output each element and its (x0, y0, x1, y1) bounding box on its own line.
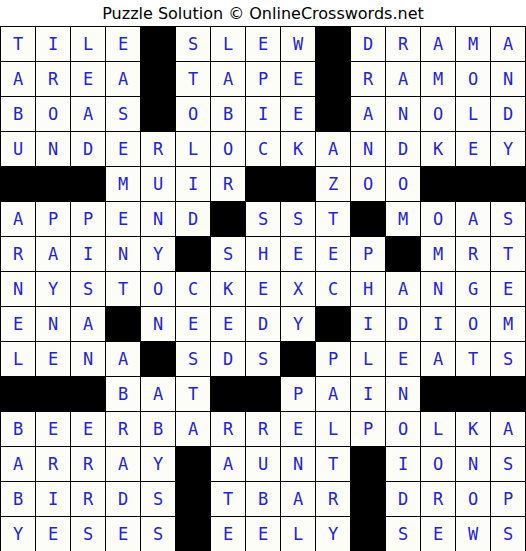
letter-cell: T (1, 27, 36, 62)
letter-cell: S (71, 272, 106, 307)
letter-cell: A (141, 377, 176, 412)
letter-cell: E (36, 517, 71, 551)
letter-cell: K (281, 132, 316, 167)
letter-cell: A (211, 62, 246, 97)
letter-cell: S (246, 202, 281, 237)
letter-cell: N (456, 447, 491, 482)
letter-cell: E (246, 517, 281, 551)
letter-cell: O (351, 167, 386, 202)
letter-cell: L (281, 517, 316, 551)
letter-cell: T (106, 272, 141, 307)
black-cell (36, 377, 71, 412)
letter-cell: A (1, 447, 36, 482)
letter-cell: S (141, 482, 176, 517)
letter-cell: S (176, 27, 211, 62)
letter-cell: Y (141, 237, 176, 272)
black-cell (351, 447, 386, 482)
letter-cell: L (316, 412, 351, 447)
letter-cell: S (246, 342, 281, 377)
letter-cell: R (351, 62, 386, 97)
letter-cell: A (106, 342, 141, 377)
letter-cell: R (211, 412, 246, 447)
letter-cell: E (456, 132, 491, 167)
letter-cell: I (421, 307, 456, 342)
letter-cell: K (211, 272, 246, 307)
letter-cell: A (491, 412, 526, 447)
letter-cell: I (246, 97, 281, 132)
letter-cell: L (211, 27, 246, 62)
letter-cell: E (281, 412, 316, 447)
letter-cell: T (176, 62, 211, 97)
letter-cell: D (491, 97, 526, 132)
letter-cell: E (106, 132, 141, 167)
letter-cell: P (351, 412, 386, 447)
letter-cell: E (246, 272, 281, 307)
letter-cell: O (421, 97, 456, 132)
letter-cell: D (246, 307, 281, 342)
letter-cell: N (141, 202, 176, 237)
letter-cell: A (176, 412, 211, 447)
black-cell (176, 237, 211, 272)
letter-cell: E (36, 412, 71, 447)
letter-cell: L (351, 342, 386, 377)
letter-cell: D (386, 307, 421, 342)
black-cell (316, 307, 351, 342)
letter-cell: I (351, 377, 386, 412)
letter-cell: P (351, 237, 386, 272)
letter-cell: I (351, 307, 386, 342)
letter-cell: E (106, 202, 141, 237)
letter-cell: E (106, 517, 141, 551)
letter-cell: A (456, 202, 491, 237)
letter-cell: E (106, 27, 141, 62)
black-cell (141, 342, 176, 377)
letter-cell: O (176, 97, 211, 132)
letter-cell: S (211, 237, 246, 272)
letter-cell: Y (1, 517, 36, 551)
letter-cell: R (36, 62, 71, 97)
letter-cell: A (386, 272, 421, 307)
black-cell (281, 342, 316, 377)
letter-cell: E (71, 62, 106, 97)
letter-cell: M (421, 62, 456, 97)
letter-cell: A (1, 62, 36, 97)
letter-cell: Y (36, 272, 71, 307)
crossword-grid: TILESLEWDRAMAAREATAPERAMONBOASOBIEANOLDU… (0, 26, 526, 551)
letter-cell: T (316, 202, 351, 237)
letter-cell: H (351, 272, 386, 307)
letter-cell: L (1, 342, 36, 377)
letter-cell: T (211, 482, 246, 517)
letter-cell: R (141, 132, 176, 167)
letter-cell: E (316, 237, 351, 272)
letter-cell: S (491, 202, 526, 237)
letter-cell: P (316, 342, 351, 377)
letter-cell: E (246, 27, 281, 62)
letter-cell: Z (316, 167, 351, 202)
letter-cell: E (386, 342, 421, 377)
letter-cell: N (491, 62, 526, 97)
letter-cell: T (491, 237, 526, 272)
letter-cell: P (36, 202, 71, 237)
letter-cell: N (1, 272, 36, 307)
black-cell (141, 97, 176, 132)
black-cell (351, 202, 386, 237)
letter-cell: T (176, 377, 211, 412)
black-cell (176, 482, 211, 517)
letter-cell: M (456, 27, 491, 62)
letter-cell: N (106, 237, 141, 272)
letter-cell: S (491, 342, 526, 377)
letter-cell: B (1, 97, 36, 132)
letter-cell: A (316, 132, 351, 167)
black-cell (386, 237, 421, 272)
letter-cell: L (421, 412, 456, 447)
black-cell (316, 97, 351, 132)
letter-cell: I (71, 237, 106, 272)
letter-cell: R (36, 447, 71, 482)
letter-cell: R (316, 482, 351, 517)
letter-cell: R (211, 167, 246, 202)
letter-cell: B (246, 482, 281, 517)
letter-cell: R (71, 482, 106, 517)
black-cell (141, 62, 176, 97)
letter-cell: A (211, 447, 246, 482)
black-cell (176, 517, 211, 551)
letter-cell: R (246, 412, 281, 447)
black-cell (456, 167, 491, 202)
black-cell (211, 202, 246, 237)
letter-cell: S (281, 202, 316, 237)
letter-cell: O (421, 447, 456, 482)
letter-cell: Y (316, 517, 351, 551)
letter-cell: E (1, 307, 36, 342)
letter-cell: S (491, 517, 526, 551)
letter-cell: X (281, 272, 316, 307)
letter-cell: O (211, 132, 246, 167)
black-cell (71, 377, 106, 412)
black-cell (351, 517, 386, 551)
letter-cell: N (281, 447, 316, 482)
black-cell (281, 167, 316, 202)
letter-cell: O (456, 482, 491, 517)
letter-cell: U (141, 167, 176, 202)
letter-cell: W (456, 517, 491, 551)
letter-cell: S (491, 447, 526, 482)
letter-cell: I (176, 167, 211, 202)
letter-cell: M (421, 237, 456, 272)
black-cell (36, 167, 71, 202)
letter-cell: K (421, 132, 456, 167)
letter-cell: Y (491, 132, 526, 167)
letter-cell: A (351, 97, 386, 132)
letter-cell: D (211, 342, 246, 377)
black-cell (421, 167, 456, 202)
page-title: Puzzle Solution © OnlineCrosswords.net (0, 0, 526, 26)
letter-cell: L (456, 97, 491, 132)
black-cell (491, 167, 526, 202)
letter-cell: O (36, 97, 71, 132)
letter-cell: A (71, 97, 106, 132)
letter-cell: M (386, 202, 421, 237)
letter-cell: D (386, 482, 421, 517)
letter-cell: S (106, 97, 141, 132)
letter-cell: R (421, 482, 456, 517)
letter-cell: Y (281, 307, 316, 342)
letter-cell: N (36, 307, 71, 342)
letter-cell: M (106, 167, 141, 202)
letter-cell: D (106, 482, 141, 517)
letter-cell: R (456, 237, 491, 272)
letter-cell: N (71, 342, 106, 377)
letter-cell: N (386, 377, 421, 412)
letter-cell: A (421, 27, 456, 62)
letter-cell: D (386, 132, 421, 167)
letter-cell: I (36, 482, 71, 517)
letter-cell: O (456, 307, 491, 342)
letter-cell: A (281, 482, 316, 517)
letter-cell: R (71, 447, 106, 482)
letter-cell: G (456, 272, 491, 307)
letter-cell: S (141, 517, 176, 551)
letter-cell: O (456, 62, 491, 97)
puzzle-solution-page: Puzzle Solution © OnlineCrosswords.net T… (0, 0, 526, 551)
letter-cell: A (1, 202, 36, 237)
letter-cell: T (456, 342, 491, 377)
letter-cell: O (421, 202, 456, 237)
letter-cell: W (281, 27, 316, 62)
letter-cell: B (1, 482, 36, 517)
letter-cell: E (281, 237, 316, 272)
letter-cell: A (106, 62, 141, 97)
black-cell (246, 167, 281, 202)
letter-cell: B (106, 377, 141, 412)
letter-cell: K (456, 412, 491, 447)
letter-cell: A (386, 62, 421, 97)
black-cell (141, 27, 176, 62)
letter-cell: U (246, 447, 281, 482)
letter-cell: B (141, 412, 176, 447)
letter-cell: O (141, 272, 176, 307)
letter-cell: S (176, 342, 211, 377)
letter-cell: E (281, 97, 316, 132)
letter-cell: N (421, 272, 456, 307)
black-cell (491, 377, 526, 412)
black-cell (176, 447, 211, 482)
letter-cell: P (281, 377, 316, 412)
letter-cell: M (491, 307, 526, 342)
letter-cell: E (281, 62, 316, 97)
letter-cell: I (36, 27, 71, 62)
letter-cell: A (491, 27, 526, 62)
letter-cell: E (421, 517, 456, 551)
letter-cell: N (351, 132, 386, 167)
letter-cell: N (386, 97, 421, 132)
black-cell (106, 307, 141, 342)
black-cell (351, 482, 386, 517)
letter-cell: R (386, 27, 421, 62)
letter-cell: L (176, 132, 211, 167)
letter-cell: L (71, 27, 106, 62)
letter-cell: S (71, 517, 106, 551)
letter-cell: D (71, 132, 106, 167)
letter-cell: P (491, 482, 526, 517)
letter-cell: D (351, 27, 386, 62)
black-cell (71, 167, 106, 202)
letter-cell: E (71, 412, 106, 447)
black-cell (316, 62, 351, 97)
letter-cell: T (316, 447, 351, 482)
letter-cell: C (316, 272, 351, 307)
black-cell (316, 27, 351, 62)
letter-cell: N (141, 307, 176, 342)
letter-cell: I (386, 447, 421, 482)
letter-cell: E (211, 307, 246, 342)
letter-cell: O (386, 167, 421, 202)
letter-cell: P (246, 62, 281, 97)
black-cell (1, 167, 36, 202)
letter-cell: A (36, 237, 71, 272)
letter-cell: Y (141, 447, 176, 482)
letter-cell: A (316, 377, 351, 412)
black-cell (456, 377, 491, 412)
letter-cell: E (491, 272, 526, 307)
black-cell (421, 377, 456, 412)
letter-cell: N (36, 132, 71, 167)
letter-cell: E (176, 307, 211, 342)
letter-cell: P (71, 202, 106, 237)
letter-cell: R (106, 412, 141, 447)
letter-cell: S (386, 517, 421, 551)
letter-cell: O (386, 412, 421, 447)
letter-cell: D (176, 202, 211, 237)
letter-cell: C (246, 132, 281, 167)
letter-cell: A (71, 307, 106, 342)
black-cell (211, 377, 246, 412)
letter-cell: E (211, 517, 246, 551)
letter-cell: C (176, 272, 211, 307)
black-cell (246, 377, 281, 412)
letter-cell: B (1, 412, 36, 447)
letter-cell: B (211, 97, 246, 132)
black-cell (1, 377, 36, 412)
letter-cell: A (106, 447, 141, 482)
letter-cell: A (421, 342, 456, 377)
letter-cell: U (1, 132, 36, 167)
letter-cell: H (246, 237, 281, 272)
letter-cell: R (1, 237, 36, 272)
letter-cell: E (36, 342, 71, 377)
